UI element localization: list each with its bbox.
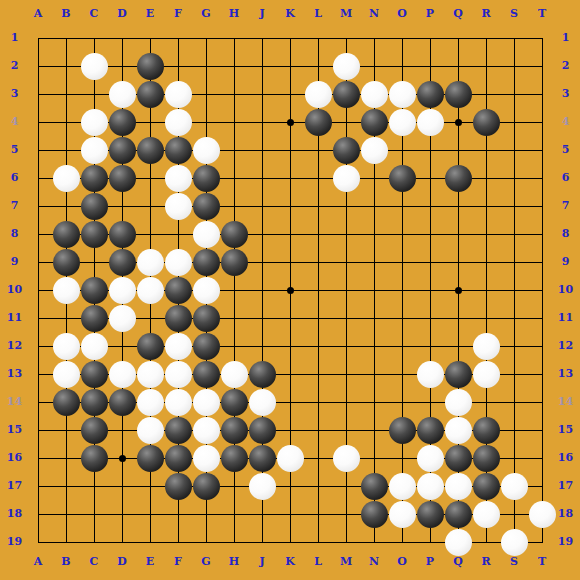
- col-label-top: H: [224, 7, 244, 21]
- stone-black[interactable]: [53, 389, 80, 416]
- stone-white[interactable]: [165, 165, 192, 192]
- stone-black[interactable]: [249, 445, 276, 472]
- stone-black[interactable]: [249, 417, 276, 444]
- stone-black[interactable]: [53, 249, 80, 276]
- row-label-left: 2: [2, 59, 27, 73]
- stone-black[interactable]: [249, 361, 276, 388]
- row-label-left: 10: [2, 283, 27, 297]
- stone-black[interactable]: [109, 137, 136, 164]
- stone-white[interactable]: [81, 109, 108, 136]
- stone-black[interactable]: [193, 165, 220, 192]
- stone-black[interactable]: [81, 165, 108, 192]
- stone-white[interactable]: [333, 53, 360, 80]
- stone-black[interactable]: [109, 165, 136, 192]
- row-label-right: 18: [553, 507, 578, 521]
- stone-black[interactable]: [137, 53, 164, 80]
- stone-black[interactable]: [333, 137, 360, 164]
- stone-black[interactable]: [193, 361, 220, 388]
- stone-black[interactable]: [53, 221, 80, 248]
- stone-black[interactable]: [193, 249, 220, 276]
- stone-black[interactable]: [109, 389, 136, 416]
- stone-white[interactable]: [417, 473, 444, 500]
- stone-black[interactable]: [221, 445, 248, 472]
- stone-white[interactable]: [445, 389, 472, 416]
- col-label-bottom: D: [112, 555, 132, 569]
- stone-black[interactable]: [165, 137, 192, 164]
- col-label-top: F: [168, 7, 188, 21]
- stone-black[interactable]: [221, 389, 248, 416]
- stone-black[interactable]: [361, 501, 388, 528]
- stone-white[interactable]: [137, 417, 164, 444]
- col-label-top: S: [504, 7, 524, 21]
- stone-white[interactable]: [305, 81, 332, 108]
- stone-white[interactable]: [81, 53, 108, 80]
- stone-white[interactable]: [417, 109, 444, 136]
- stone-white[interactable]: [137, 249, 164, 276]
- col-label-top: M: [336, 7, 356, 21]
- stone-white[interactable]: [109, 277, 136, 304]
- col-label-top: L: [308, 7, 328, 21]
- col-label-bottom: M: [336, 555, 356, 569]
- stone-white[interactable]: [109, 81, 136, 108]
- stone-white[interactable]: [445, 417, 472, 444]
- stone-white[interactable]: [193, 221, 220, 248]
- col-label-top: N: [364, 7, 384, 21]
- row-label-right: 8: [553, 227, 578, 241]
- row-label-right: 19: [553, 535, 578, 549]
- stone-black[interactable]: [193, 333, 220, 360]
- col-label-top: A: [28, 7, 48, 21]
- row-label-left: 9: [2, 255, 27, 269]
- col-label-bottom: R: [476, 555, 496, 569]
- stone-black[interactable]: [389, 417, 416, 444]
- stone-white[interactable]: [165, 109, 192, 136]
- col-label-top: B: [56, 7, 76, 21]
- stone-black[interactable]: [137, 333, 164, 360]
- stone-white[interactable]: [249, 473, 276, 500]
- stone-black[interactable]: [81, 193, 108, 220]
- stone-white[interactable]: [165, 81, 192, 108]
- col-label-top: Q: [448, 7, 468, 21]
- row-label-right: 9: [553, 255, 578, 269]
- stone-white[interactable]: [193, 137, 220, 164]
- stone-black[interactable]: [165, 277, 192, 304]
- stone-white[interactable]: [361, 137, 388, 164]
- stone-white[interactable]: [193, 417, 220, 444]
- stone-white[interactable]: [165, 333, 192, 360]
- star-point: [287, 119, 294, 126]
- stone-white[interactable]: [389, 501, 416, 528]
- star-point: [455, 287, 462, 294]
- row-label-left: 19: [2, 535, 27, 549]
- stone-black[interactable]: [137, 445, 164, 472]
- row-label-right: 11: [553, 311, 578, 325]
- stone-white[interactable]: [193, 389, 220, 416]
- stone-black[interactable]: [221, 221, 248, 248]
- stone-white[interactable]: [277, 445, 304, 472]
- stone-black[interactable]: [109, 249, 136, 276]
- stone-black[interactable]: [305, 109, 332, 136]
- stone-black[interactable]: [137, 137, 164, 164]
- stone-white[interactable]: [445, 529, 472, 556]
- stone-white[interactable]: [445, 473, 472, 500]
- stone-white[interactable]: [165, 361, 192, 388]
- stone-black[interactable]: [473, 417, 500, 444]
- stone-black[interactable]: [81, 445, 108, 472]
- stone-white[interactable]: [389, 81, 416, 108]
- col-label-bottom: T: [532, 555, 552, 569]
- stone-black[interactable]: [445, 501, 472, 528]
- stone-white[interactable]: [137, 361, 164, 388]
- grid-line: [514, 38, 515, 543]
- stone-white[interactable]: [109, 361, 136, 388]
- row-label-right: 2: [553, 59, 578, 73]
- stone-white[interactable]: [361, 81, 388, 108]
- col-label-bottom: H: [224, 555, 244, 569]
- stone-white[interactable]: [389, 109, 416, 136]
- row-label-left: 16: [2, 451, 27, 465]
- stone-black[interactable]: [417, 417, 444, 444]
- stone-black[interactable]: [473, 445, 500, 472]
- stone-white[interactable]: [53, 277, 80, 304]
- row-label-left: 6: [2, 171, 27, 185]
- stone-black[interactable]: [417, 81, 444, 108]
- star-point: [287, 287, 294, 294]
- stone-white[interactable]: [81, 137, 108, 164]
- row-label-right: 15: [553, 423, 578, 437]
- stone-white[interactable]: [333, 165, 360, 192]
- stone-white[interactable]: [473, 501, 500, 528]
- stone-white[interactable]: [137, 389, 164, 416]
- stone-white[interactable]: [109, 305, 136, 332]
- col-label-top: J: [252, 7, 272, 21]
- col-label-bottom: A: [28, 555, 48, 569]
- stone-white[interactable]: [417, 361, 444, 388]
- col-label-bottom: J: [252, 555, 272, 569]
- star-point: [455, 119, 462, 126]
- stone-black[interactable]: [221, 417, 248, 444]
- stone-black[interactable]: [361, 109, 388, 136]
- col-label-top: G: [196, 7, 216, 21]
- grid-line: [38, 346, 543, 347]
- col-label-top: D: [112, 7, 132, 21]
- star-point: [119, 455, 126, 462]
- col-label-bottom: P: [420, 555, 440, 569]
- row-label-right: 1: [553, 31, 578, 45]
- row-label-right: 17: [553, 479, 578, 493]
- row-label-right: 3: [553, 87, 578, 101]
- row-label-right: 4: [553, 115, 578, 129]
- stone-black[interactable]: [473, 109, 500, 136]
- stone-black[interactable]: [193, 193, 220, 220]
- col-label-bottom: C: [84, 555, 104, 569]
- stone-white[interactable]: [389, 473, 416, 500]
- stone-black[interactable]: [221, 249, 248, 276]
- stone-black[interactable]: [333, 81, 360, 108]
- col-label-bottom: Q: [448, 555, 468, 569]
- stone-black[interactable]: [445, 165, 472, 192]
- row-label-left: 14: [2, 395, 27, 409]
- stone-black[interactable]: [81, 361, 108, 388]
- stone-white[interactable]: [473, 333, 500, 360]
- col-label-bottom: N: [364, 555, 384, 569]
- col-label-top: E: [140, 7, 160, 21]
- stone-white[interactable]: [501, 473, 528, 500]
- row-label-right: 6: [553, 171, 578, 185]
- col-label-top: P: [420, 7, 440, 21]
- stone-black[interactable]: [109, 109, 136, 136]
- stone-black[interactable]: [193, 473, 220, 500]
- stone-white[interactable]: [249, 389, 276, 416]
- col-label-bottom: G: [196, 555, 216, 569]
- row-label-right: 10: [553, 283, 578, 297]
- row-label-left: 8: [2, 227, 27, 241]
- col-label-top: O: [392, 7, 412, 21]
- stone-black[interactable]: [165, 445, 192, 472]
- grid-line: [542, 38, 543, 543]
- stone-white[interactable]: [417, 445, 444, 472]
- stone-white[interactable]: [165, 193, 192, 220]
- stone-black[interactable]: [81, 389, 108, 416]
- row-label-left: 13: [2, 367, 27, 381]
- row-label-left: 5: [2, 143, 27, 157]
- row-label-left: 4: [2, 115, 27, 129]
- col-label-bottom: E: [140, 555, 160, 569]
- stone-white[interactable]: [529, 501, 556, 528]
- stone-white[interactable]: [193, 277, 220, 304]
- stone-black[interactable]: [417, 501, 444, 528]
- stone-white[interactable]: [473, 361, 500, 388]
- stone-white[interactable]: [53, 333, 80, 360]
- col-label-bottom: K: [280, 555, 300, 569]
- row-label-right: 14: [553, 395, 578, 409]
- row-label-right: 12: [553, 339, 578, 353]
- row-label-left: 11: [2, 311, 27, 325]
- stone-white[interactable]: [333, 445, 360, 472]
- row-label-left: 18: [2, 507, 27, 521]
- stone-black[interactable]: [81, 221, 108, 248]
- row-label-left: 7: [2, 199, 27, 213]
- col-label-top: K: [280, 7, 300, 21]
- stone-black[interactable]: [165, 305, 192, 332]
- stone-black[interactable]: [137, 81, 164, 108]
- row-label-left: 1: [2, 31, 27, 45]
- row-label-right: 16: [553, 451, 578, 465]
- goban[interactable]: AABBCCDDEEFFGGHHJJKKLLMMNNOOPPQQRRSSTT11…: [0, 0, 580, 580]
- col-label-top: C: [84, 7, 104, 21]
- col-label-bottom: S: [504, 555, 524, 569]
- stone-white[interactable]: [501, 529, 528, 556]
- row-label-left: 15: [2, 423, 27, 437]
- stone-black[interactable]: [389, 165, 416, 192]
- col-label-bottom: F: [168, 555, 188, 569]
- row-label-right: 7: [553, 199, 578, 213]
- stone-white[interactable]: [53, 361, 80, 388]
- stone-black[interactable]: [81, 305, 108, 332]
- stone-black[interactable]: [165, 417, 192, 444]
- stone-white[interactable]: [165, 249, 192, 276]
- col-label-bottom: L: [308, 555, 328, 569]
- row-label-left: 17: [2, 479, 27, 493]
- stone-black[interactable]: [81, 277, 108, 304]
- row-label-left: 3: [2, 87, 27, 101]
- col-label-top: T: [532, 7, 552, 21]
- stone-black[interactable]: [109, 221, 136, 248]
- stone-white[interactable]: [165, 389, 192, 416]
- stone-black[interactable]: [445, 445, 472, 472]
- col-label-top: R: [476, 7, 496, 21]
- stone-white[interactable]: [221, 361, 248, 388]
- row-label-right: 5: [553, 143, 578, 157]
- col-label-bottom: B: [56, 555, 76, 569]
- stone-black[interactable]: [361, 473, 388, 500]
- stone-black[interactable]: [473, 473, 500, 500]
- stone-black[interactable]: [445, 361, 472, 388]
- stone-white[interactable]: [193, 445, 220, 472]
- col-label-bottom: O: [392, 555, 412, 569]
- stone-white[interactable]: [137, 277, 164, 304]
- stone-white[interactable]: [53, 165, 80, 192]
- stone-black[interactable]: [445, 81, 472, 108]
- stone-white[interactable]: [81, 333, 108, 360]
- stone-black[interactable]: [193, 305, 220, 332]
- stone-black[interactable]: [81, 417, 108, 444]
- row-label-left: 12: [2, 339, 27, 353]
- stone-black[interactable]: [165, 473, 192, 500]
- row-label-right: 13: [553, 367, 578, 381]
